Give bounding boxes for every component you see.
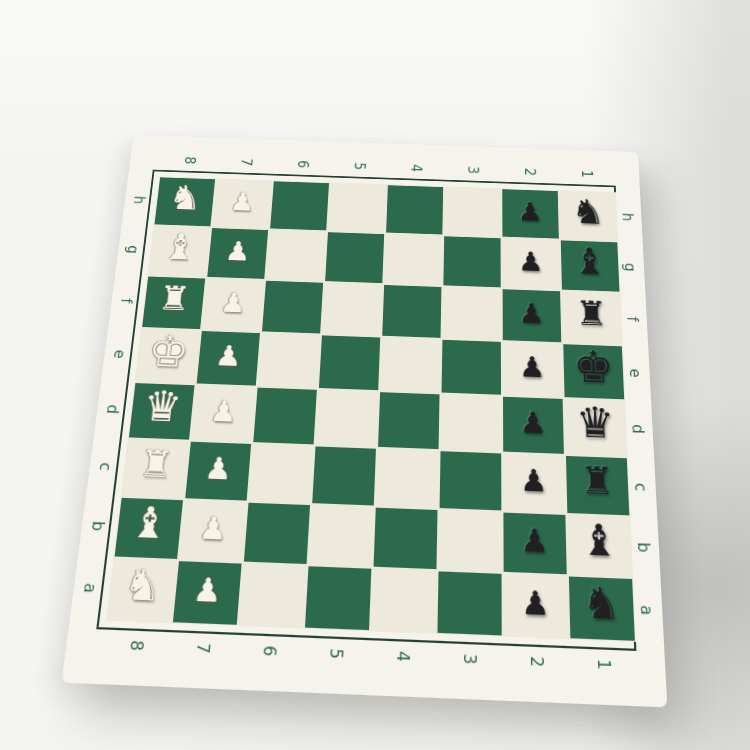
square-c5[interactable] <box>311 445 377 506</box>
file-label-f: f <box>117 298 135 303</box>
square-g5[interactable] <box>324 231 385 284</box>
piece-white-pawn[interactable]: ♟ <box>198 512 229 545</box>
piece-white-knight[interactable]: ♞ <box>122 562 164 607</box>
square-g8[interactable]: ♝ <box>147 225 211 278</box>
rank-label-1: 1 <box>578 170 595 178</box>
square-h7[interactable]: ♟ <box>211 178 273 229</box>
square-c6[interactable] <box>248 443 315 504</box>
square-b5[interactable] <box>308 504 375 568</box>
file-label-a: a <box>80 583 100 594</box>
piece-black-pawn[interactable]: ♟ <box>521 525 549 558</box>
file-label-b: b <box>634 542 653 553</box>
square-b7[interactable]: ♟ <box>178 499 248 562</box>
square-d6[interactable] <box>252 387 318 446</box>
square-d8[interactable]: ♛ <box>128 382 196 441</box>
square-h2[interactable]: ♟ <box>501 188 559 239</box>
square-h1[interactable]: ♞ <box>559 190 619 241</box>
square-d5[interactable] <box>315 389 380 448</box>
file-label-g: g <box>124 245 142 254</box>
file-label-h: h <box>130 196 148 205</box>
piece-black-pawn[interactable]: ♟ <box>520 465 548 497</box>
square-g6[interactable] <box>265 229 327 282</box>
square-e6[interactable] <box>257 332 321 389</box>
rank-labels-bottom: 87654321 <box>102 632 629 678</box>
file-label-f: f <box>623 316 641 321</box>
square-a2[interactable]: ♟ <box>503 573 570 639</box>
rank-label-7: 7 <box>192 642 212 654</box>
square-e8[interactable]: ♚ <box>135 328 201 384</box>
piece-black-pawn[interactable]: ♟ <box>518 248 544 275</box>
rank-label-3: 3 <box>460 653 480 665</box>
piece-black-knight[interactable]: ♞ <box>582 580 622 625</box>
rank-label-5: 5 <box>326 648 346 660</box>
file-label-d: d <box>628 424 647 434</box>
piece-black-rook[interactable]: ♜ <box>575 296 608 331</box>
square-b3[interactable] <box>437 509 502 573</box>
chessboard-scene: 87654321 hgfedcba ♞♟♟♞♝♟♟♝♜♟♟♜♚♟♟♚♛♟♟♛♜♟… <box>61 135 667 708</box>
square-d4[interactable] <box>377 391 441 450</box>
square-d2[interactable]: ♟ <box>502 396 565 455</box>
rank-label-5: 5 <box>351 162 368 170</box>
piece-black-knight[interactable]: ♞ <box>571 194 606 229</box>
square-b1[interactable]: ♝ <box>566 514 633 578</box>
rank-label-8: 8 <box>181 156 198 164</box>
square-h5[interactable] <box>327 182 387 233</box>
square-a7[interactable]: ♟ <box>172 560 243 626</box>
square-f5[interactable] <box>321 282 383 337</box>
board: ♞♟♟♞♝♟♟♝♜♟♟♜♚♟♟♚♛♟♟♛♜♟♟♜♝♟♟♝♞♟♟♞ <box>106 176 628 641</box>
square-e7[interactable]: ♟ <box>196 330 261 387</box>
rank-label-1: 1 <box>594 659 614 671</box>
square-f6[interactable] <box>261 280 324 335</box>
file-label-e: e <box>110 349 129 358</box>
piece-white-pawn[interactable]: ♟ <box>219 289 247 317</box>
piece-white-queen[interactable]: ♛ <box>141 385 184 428</box>
file-label-b: b <box>88 521 108 532</box>
square-b4[interactable] <box>372 507 438 571</box>
piece-white-bishop[interactable]: ♝ <box>128 501 171 545</box>
rank-label-6: 6 <box>294 160 311 168</box>
square-a5[interactable] <box>304 565 373 631</box>
piece-white-pawn[interactable]: ♟ <box>214 342 243 371</box>
piece-white-knight[interactable]: ♞ <box>167 180 204 215</box>
file-label-d: d <box>103 404 122 414</box>
square-f2[interactable]: ♟ <box>502 288 563 343</box>
square-c2[interactable]: ♟ <box>502 453 566 514</box>
piece-white-pawn[interactable]: ♟ <box>229 189 256 215</box>
square-e3[interactable] <box>441 339 502 396</box>
rank-label-2: 2 <box>527 656 547 668</box>
square-a4[interactable] <box>370 568 437 634</box>
square-h8[interactable]: ♞ <box>153 176 216 227</box>
piece-white-rook[interactable]: ♜ <box>137 444 175 482</box>
square-b2[interactable]: ♟ <box>502 512 567 576</box>
piece-white-pawn[interactable]: ♟ <box>209 396 238 426</box>
square-a1[interactable]: ♞ <box>568 575 636 642</box>
square-f1[interactable]: ♜ <box>561 290 623 345</box>
square-a6[interactable] <box>238 563 308 629</box>
rank-label-4: 4 <box>408 164 425 172</box>
rank-label-2: 2 <box>521 168 538 176</box>
square-f3[interactable] <box>441 286 501 341</box>
square-a3[interactable] <box>436 570 502 636</box>
piece-black-bishop[interactable]: ♝ <box>572 243 608 280</box>
rank-label-8: 8 <box>126 640 146 652</box>
piece-white-pawn[interactable]: ♟ <box>224 238 252 265</box>
square-g1[interactable]: ♝ <box>560 239 621 292</box>
rank-label-7: 7 <box>238 158 255 166</box>
rank-label-6: 6 <box>259 645 279 657</box>
file-label-c: c <box>95 462 114 471</box>
square-c7[interactable]: ♟ <box>184 441 252 502</box>
piece-white-pawn[interactable]: ♟ <box>192 574 223 608</box>
square-d1[interactable]: ♛ <box>564 398 628 457</box>
square-c1[interactable]: ♜ <box>565 455 630 517</box>
square-e2[interactable]: ♟ <box>502 341 564 398</box>
piece-black-bishop[interactable]: ♝ <box>579 518 619 563</box>
piece-black-pawn[interactable]: ♟ <box>518 199 543 225</box>
piece-white-king[interactable]: ♚ <box>146 329 191 373</box>
square-f7[interactable]: ♟ <box>201 278 265 333</box>
square-g7[interactable]: ♟ <box>206 227 269 280</box>
square-c4[interactable] <box>375 448 440 509</box>
file-label-g: g <box>621 263 639 272</box>
piece-black-king[interactable]: ♚ <box>572 345 614 390</box>
piece-white-pawn[interactable]: ♟ <box>204 453 234 484</box>
piece-black-pawn[interactable]: ♟ <box>521 587 550 621</box>
square-h4[interactable] <box>385 184 444 235</box>
square-g4[interactable] <box>383 233 443 286</box>
rank-label-4: 4 <box>393 650 413 662</box>
square-e1[interactable]: ♚ <box>562 343 625 400</box>
square-d7[interactable]: ♟ <box>190 384 257 443</box>
square-b8[interactable]: ♝ <box>113 497 184 560</box>
file-label-h: h <box>619 213 636 222</box>
square-g2[interactable]: ♟ <box>501 237 561 290</box>
file-label-a: a <box>636 605 656 616</box>
piece-black-rook[interactable]: ♜ <box>580 461 615 500</box>
file-label-e: e <box>626 368 644 377</box>
square-h3[interactable] <box>443 186 501 237</box>
square-b6[interactable] <box>243 502 311 565</box>
piece-black-pawn[interactable]: ♟ <box>520 408 547 438</box>
piece-white-bishop[interactable]: ♝ <box>161 229 199 266</box>
vinyl-chess-mat: 87654321 hgfedcba ♞♟♟♞♝♟♟♝♜♟♟♜♚♟♟♚♛♟♟♛♜♟… <box>61 135 667 708</box>
file-label-c: c <box>631 482 650 491</box>
rank-label-3: 3 <box>465 166 482 174</box>
square-g3[interactable] <box>442 235 501 288</box>
square-e5[interactable] <box>318 334 381 391</box>
square-h6[interactable] <box>269 180 330 231</box>
piece-black-queen[interactable]: ♛ <box>575 401 615 445</box>
square-c8[interactable]: ♜ <box>121 438 190 499</box>
square-f8[interactable]: ♜ <box>141 276 206 330</box>
square-e4[interactable] <box>379 337 441 394</box>
piece-black-pawn[interactable]: ♟ <box>519 300 545 328</box>
square-c3[interactable] <box>439 450 503 511</box>
square-f4[interactable] <box>381 284 442 339</box>
square-a8[interactable]: ♞ <box>106 557 178 623</box>
square-d3[interactable] <box>440 393 503 452</box>
piece-black-pawn[interactable]: ♟ <box>519 353 546 382</box>
piece-white-rook[interactable]: ♜ <box>157 281 192 315</box>
